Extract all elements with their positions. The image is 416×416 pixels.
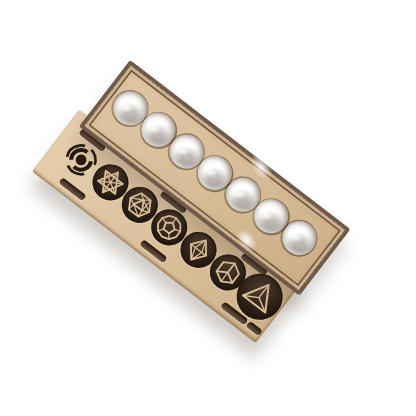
product-photo <box>0 0 416 416</box>
